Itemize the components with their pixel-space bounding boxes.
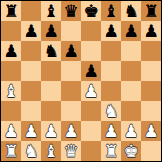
square-c6[interactable]: ♞ <box>41 41 61 61</box>
square-h5[interactable] <box>141 61 161 81</box>
square-g1[interactable]: ♚ <box>121 141 141 161</box>
square-b6[interactable] <box>21 41 41 61</box>
chess-board: ♜♝♛♚♝♞♜♟♟♟♟♟♟♞♟♟♝♟♞♟♟♟♟♟♟♟♜♞♝♛♜♚ <box>0 0 162 162</box>
square-h7[interactable]: ♟ <box>141 21 161 41</box>
square-d2[interactable]: ♟ <box>61 121 81 141</box>
black-rook-icon[interactable]: ♜ <box>143 1 158 21</box>
black-pawn-icon[interactable]: ♟ <box>103 21 118 41</box>
square-c5[interactable] <box>41 61 61 81</box>
white-rook-icon[interactable]: ♜ <box>103 141 118 161</box>
square-d6[interactable]: ♟ <box>61 41 81 61</box>
square-c4[interactable] <box>41 81 61 101</box>
square-b4[interactable] <box>21 81 41 101</box>
square-c3[interactable] <box>41 101 61 121</box>
square-a7[interactable] <box>1 21 21 41</box>
black-pawn-icon[interactable]: ♟ <box>23 21 38 41</box>
square-g5[interactable] <box>121 61 141 81</box>
square-h3[interactable] <box>141 101 161 121</box>
square-g8[interactable]: ♞ <box>121 1 141 21</box>
square-e7[interactable] <box>81 21 101 41</box>
square-f3[interactable]: ♞ <box>101 101 121 121</box>
square-g7[interactable]: ♟ <box>121 21 141 41</box>
square-g4[interactable] <box>121 81 141 101</box>
black-knight-icon[interactable]: ♞ <box>43 41 58 61</box>
square-d8[interactable]: ♛ <box>61 1 81 21</box>
square-b7[interactable]: ♟ <box>21 21 41 41</box>
square-e1[interactable] <box>81 141 101 161</box>
white-king-icon[interactable]: ♚ <box>123 141 138 161</box>
square-c2[interactable]: ♟ <box>41 121 61 141</box>
square-h6[interactable] <box>141 41 161 61</box>
square-a2[interactable]: ♟ <box>1 121 21 141</box>
white-bishop-icon[interactable]: ♝ <box>43 141 58 161</box>
white-queen-icon[interactable]: ♛ <box>63 141 78 161</box>
square-b3[interactable] <box>21 101 41 121</box>
black-queen-icon[interactable]: ♛ <box>63 1 78 21</box>
square-c1[interactable]: ♝ <box>41 141 61 161</box>
white-pawn-icon[interactable]: ♟ <box>23 121 38 141</box>
square-a1[interactable]: ♜ <box>1 141 21 161</box>
black-rook-icon[interactable]: ♜ <box>3 1 18 21</box>
black-pawn-icon[interactable]: ♟ <box>63 41 78 61</box>
white-pawn-icon[interactable]: ♟ <box>143 121 158 141</box>
square-e6[interactable] <box>81 41 101 61</box>
square-b8[interactable] <box>21 1 41 21</box>
square-f2[interactable]: ♟ <box>101 121 121 141</box>
square-a6[interactable]: ♟ <box>1 41 21 61</box>
white-knight-icon[interactable]: ♞ <box>103 101 118 121</box>
square-c8[interactable]: ♝ <box>41 1 61 21</box>
white-pawn-icon[interactable]: ♟ <box>83 81 98 101</box>
square-e5[interactable]: ♟ <box>81 61 101 81</box>
square-d4[interactable] <box>61 81 81 101</box>
black-bishop-icon[interactable]: ♝ <box>43 1 58 21</box>
black-pawn-icon[interactable]: ♟ <box>3 41 18 61</box>
square-d1[interactable]: ♛ <box>61 141 81 161</box>
square-d7[interactable] <box>61 21 81 41</box>
white-bishop-icon[interactable]: ♝ <box>3 81 18 101</box>
white-pawn-icon[interactable]: ♟ <box>103 121 118 141</box>
square-c7[interactable]: ♟ <box>41 21 61 41</box>
white-pawn-icon[interactable]: ♟ <box>63 121 78 141</box>
square-a8[interactable]: ♜ <box>1 1 21 21</box>
square-h2[interactable]: ♟ <box>141 121 161 141</box>
square-g2[interactable]: ♟ <box>121 121 141 141</box>
square-a3[interactable] <box>1 101 21 121</box>
black-pawn-icon[interactable]: ♟ <box>123 21 138 41</box>
square-f1[interactable]: ♜ <box>101 141 121 161</box>
square-d5[interactable] <box>61 61 81 81</box>
square-h8[interactable]: ♜ <box>141 1 161 21</box>
square-g6[interactable] <box>121 41 141 61</box>
square-e3[interactable] <box>81 101 101 121</box>
square-e8[interactable]: ♚ <box>81 1 101 21</box>
square-g3[interactable] <box>121 101 141 121</box>
square-f7[interactable]: ♟ <box>101 21 121 41</box>
square-h1[interactable] <box>141 141 161 161</box>
white-pawn-icon[interactable]: ♟ <box>3 121 18 141</box>
square-a4[interactable]: ♝ <box>1 81 21 101</box>
white-rook-icon[interactable]: ♜ <box>3 141 18 161</box>
square-e2[interactable] <box>81 121 101 141</box>
square-h4[interactable] <box>141 81 161 101</box>
black-king-icon[interactable]: ♚ <box>83 1 98 21</box>
square-e4[interactable]: ♟ <box>81 81 101 101</box>
black-pawn-icon[interactable]: ♟ <box>43 21 58 41</box>
square-f5[interactable] <box>101 61 121 81</box>
square-d3[interactable] <box>61 101 81 121</box>
white-pawn-icon[interactable]: ♟ <box>43 121 58 141</box>
black-bishop-icon[interactable]: ♝ <box>103 1 118 21</box>
square-b1[interactable]: ♞ <box>21 141 41 161</box>
square-b2[interactable]: ♟ <box>21 121 41 141</box>
black-pawn-icon[interactable]: ♟ <box>143 21 158 41</box>
square-f8[interactable]: ♝ <box>101 1 121 21</box>
square-b5[interactable] <box>21 61 41 81</box>
white-knight-icon[interactable]: ♞ <box>23 141 38 161</box>
square-f4[interactable] <box>101 81 121 101</box>
black-knight-icon[interactable]: ♞ <box>123 1 138 21</box>
square-f6[interactable] <box>101 41 121 61</box>
white-pawn-icon[interactable]: ♟ <box>123 121 138 141</box>
black-pawn-icon[interactable]: ♟ <box>83 61 98 81</box>
square-a5[interactable] <box>1 61 21 81</box>
